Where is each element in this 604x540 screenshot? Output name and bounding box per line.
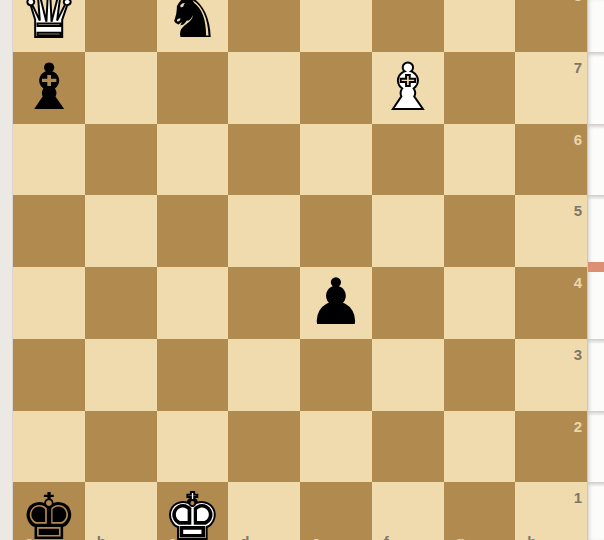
square-b6[interactable] [85,124,157,196]
piece-black-knight-c8[interactable]: ♞ [157,0,229,52]
square-b4[interactable] [85,267,157,339]
square-h7[interactable] [515,52,587,124]
square-f5[interactable] [372,195,444,267]
square-g5[interactable] [444,195,516,267]
square-g7[interactable] [444,52,516,124]
square-e1[interactable] [300,482,372,540]
square-f4[interactable] [372,267,444,339]
square-e7[interactable] [300,52,372,124]
square-b3[interactable] [85,339,157,411]
square-g4[interactable] [444,267,516,339]
square-h2[interactable] [515,411,587,483]
square-h5[interactable] [515,195,587,267]
square-d1[interactable] [228,482,300,540]
square-a5[interactable] [13,195,85,267]
square-f3[interactable] [372,339,444,411]
square-b2[interactable] [85,411,157,483]
square-g6[interactable] [444,124,516,196]
chess-board: ♛♞♝♝♟♚♚87654321abcdefgh [13,0,587,540]
piece-white-king-c1[interactable]: ♚ [157,482,229,540]
square-h1[interactable] [515,482,587,540]
square-c7[interactable] [157,52,229,124]
square-e6[interactable] [300,124,372,196]
square-d8[interactable] [228,0,300,52]
square-f6[interactable] [372,124,444,196]
square-d5[interactable] [228,195,300,267]
square-h6[interactable] [515,124,587,196]
square-e3[interactable] [300,339,372,411]
square-c3[interactable] [157,339,229,411]
square-g8[interactable] [444,0,516,52]
piece-white-bishop-f7[interactable]: ♝ [372,52,444,124]
square-g3[interactable] [444,339,516,411]
square-b7[interactable] [85,52,157,124]
piece-black-king-a1[interactable]: ♚ [13,482,85,540]
square-e5[interactable] [300,195,372,267]
square-h8[interactable] [515,0,587,52]
eval-gauge-tick [588,195,604,200]
eval-gauge [587,0,604,540]
square-d6[interactable] [228,124,300,196]
square-f2[interactable] [372,411,444,483]
square-f1[interactable] [372,482,444,540]
square-c4[interactable] [157,267,229,339]
square-c2[interactable] [157,411,229,483]
square-a6[interactable] [13,124,85,196]
square-h3[interactable] [515,339,587,411]
square-g2[interactable] [444,411,516,483]
square-b1[interactable] [85,482,157,540]
square-b5[interactable] [85,195,157,267]
square-b8[interactable] [85,0,157,52]
square-c6[interactable] [157,124,229,196]
square-d3[interactable] [228,339,300,411]
square-e2[interactable] [300,411,372,483]
eval-gauge-tick [588,482,604,487]
square-a2[interactable] [13,411,85,483]
square-d2[interactable] [228,411,300,483]
square-e8[interactable] [300,0,372,52]
square-g1[interactable] [444,482,516,540]
eval-gauge-tick [588,411,604,416]
square-d4[interactable] [228,267,300,339]
piece-black-bishop-a7[interactable]: ♝ [13,52,85,124]
square-d7[interactable] [228,52,300,124]
square-c5[interactable] [157,195,229,267]
eval-gauge-zero-tick [588,262,604,272]
piece-black-pawn-e4[interactable]: ♟ [300,267,372,339]
eval-gauge-tick [588,339,604,344]
eval-gauge-tick [588,124,604,129]
square-f8[interactable] [372,0,444,52]
square-a3[interactable] [13,339,85,411]
page-left-gutter [0,0,13,540]
eval-gauge-tick [588,52,604,57]
chess-app-page: ♛♞♝♝♟♚♚87654321abcdefgh [0,0,604,540]
square-h4[interactable] [515,267,587,339]
piece-white-queen-a8[interactable]: ♛ [13,0,85,52]
square-a4[interactable] [13,267,85,339]
